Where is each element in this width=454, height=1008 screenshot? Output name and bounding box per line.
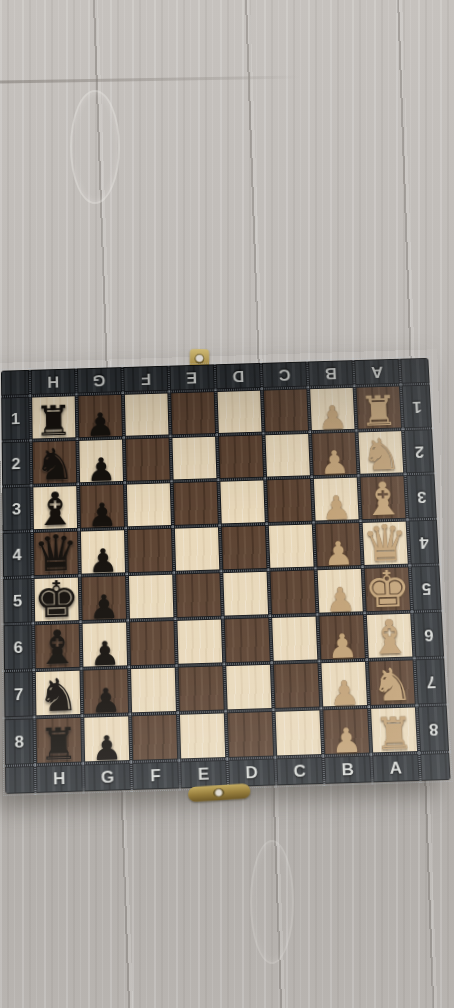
square-c6[interactable]	[272, 617, 317, 661]
square-f2[interactable]	[126, 438, 170, 481]
file-label-top-a: A	[355, 360, 398, 384]
square-h1[interactable]: ♜	[32, 396, 75, 438]
piece-white-knight-a2[interactable]: ♞	[360, 434, 402, 476]
piece-white-rook-a1[interactable]: ♜	[359, 391, 399, 431]
square-e7[interactable]	[179, 666, 224, 711]
rank-number: 1	[412, 398, 422, 414]
square-d7[interactable]	[226, 665, 271, 710]
file-label-bottom-e: E	[181, 761, 226, 787]
rank-number: 8	[428, 720, 438, 737]
square-c5[interactable]	[270, 570, 315, 614]
file-letter: E	[186, 369, 197, 385]
square-h3[interactable]: ♝	[33, 486, 77, 529]
file-label-top-c: C	[263, 363, 306, 387]
square-a6[interactable]: ♝	[367, 614, 413, 658]
rank-label-right-4: 4	[410, 521, 439, 564]
frame-corner	[2, 371, 28, 395]
square-e1[interactable]	[171, 392, 215, 434]
square-h4[interactable]: ♛	[34, 532, 78, 575]
square-e2[interactable]	[172, 437, 216, 480]
rank-label-left-5: 5	[4, 579, 31, 622]
file-label-bottom-c: C	[277, 758, 322, 784]
piece-white-king-a5[interactable]: ♚	[363, 565, 411, 614]
piece-black-pawn-g8[interactable]: ♟	[91, 731, 122, 764]
square-h8[interactable]: ♜	[36, 718, 81, 763]
square-c7[interactable]	[274, 663, 319, 708]
piece-black-rook-h8[interactable]: ♜	[39, 723, 79, 766]
piece-white-pawn-b8[interactable]: ♟	[331, 724, 363, 757]
rank-number: 4	[12, 546, 21, 563]
file-letter: D	[232, 368, 244, 384]
piece-white-bishop-a6[interactable]: ♝	[367, 615, 412, 661]
square-d4[interactable]	[222, 526, 267, 569]
piece-black-pawn-g1[interactable]: ♟	[85, 409, 115, 440]
square-h2[interactable]: ♞	[33, 441, 76, 484]
rank-number: 5	[421, 580, 431, 597]
file-letter: D	[245, 764, 258, 781]
floor-plank-seam	[0, 75, 300, 83]
square-f4[interactable]	[128, 529, 172, 572]
file-letter: C	[278, 367, 290, 383]
piece-white-pawn-b2[interactable]: ♟	[319, 447, 350, 478]
file-letter: C	[293, 762, 306, 779]
rank-label-right-7: 7	[417, 659, 446, 703]
square-d5[interactable]	[223, 572, 268, 616]
square-e4[interactable]	[175, 527, 219, 570]
file-label-bottom-d: D	[229, 760, 274, 786]
square-g3[interactable]: ♟	[80, 485, 124, 528]
square-a3[interactable]: ♝	[361, 476, 406, 519]
square-h5[interactable]: ♚	[35, 578, 79, 622]
piece-black-bishop-h6[interactable]: ♝	[36, 625, 79, 671]
file-letter: F	[141, 371, 151, 387]
piece-black-pawn-g4[interactable]: ♟	[88, 544, 119, 576]
piece-black-knight-h2[interactable]: ♞	[34, 444, 75, 486]
rank-label-right-1: 1	[403, 386, 431, 428]
file-label-top-e: E	[170, 365, 213, 389]
square-f1[interactable]	[125, 394, 169, 436]
square-c1[interactable]	[264, 389, 308, 431]
file-letter: A	[389, 759, 402, 776]
rank-number: 4	[419, 534, 429, 551]
rank-label-right-5: 5	[412, 567, 441, 610]
square-d2[interactable]	[219, 435, 263, 478]
square-b7[interactable]: ♟	[321, 662, 367, 707]
square-a5[interactable]: ♚	[365, 567, 410, 611]
piece-black-knight-h7[interactable]: ♞	[37, 674, 79, 718]
piece-white-pawn-b4[interactable]: ♟	[323, 537, 354, 569]
square-g8[interactable]: ♟	[84, 716, 129, 761]
rank-label-left-1: 1	[2, 398, 29, 440]
square-a2[interactable]: ♞	[359, 431, 404, 474]
square-g6[interactable]: ♟	[83, 622, 127, 666]
square-a1[interactable]: ♜	[356, 387, 400, 429]
square-f8[interactable]	[132, 715, 177, 760]
square-f7[interactable]	[131, 668, 176, 713]
piece-white-pawn-b5[interactable]: ♟	[325, 583, 356, 615]
file-label-bottom-b: B	[325, 757, 370, 783]
file-letter: G	[93, 372, 106, 388]
file-label-top-b: B	[309, 361, 352, 385]
piece-black-king-h5[interactable]: ♚	[33, 575, 80, 624]
brass-latch-bottom	[188, 783, 251, 802]
piece-black-pawn-g2[interactable]: ♟	[86, 454, 116, 485]
piece-white-pawn-b3[interactable]: ♟	[321, 492, 352, 524]
rank-number: 6	[13, 639, 23, 656]
rank-number: 1	[11, 410, 20, 426]
rank-label-left-2: 2	[3, 442, 30, 484]
square-c4[interactable]	[269, 524, 314, 567]
square-h6[interactable]: ♝	[35, 624, 79, 668]
square-c3[interactable]	[267, 479, 312, 522]
rank-label-right-3: 3	[407, 475, 435, 517]
rank-number: 6	[423, 626, 433, 643]
square-f3[interactable]	[127, 483, 171, 526]
rank-number: 7	[426, 673, 436, 690]
rank-number: 2	[11, 455, 20, 471]
square-g7[interactable]: ♟	[83, 669, 128, 714]
square-g1[interactable]: ♟	[79, 395, 122, 437]
square-d1[interactable]	[218, 391, 262, 433]
floor-wood-knot	[70, 90, 120, 204]
square-e5[interactable]	[176, 573, 221, 617]
rank-label-left-7: 7	[5, 672, 32, 716]
square-f6[interactable]	[130, 621, 175, 665]
frame-corner	[6, 767, 33, 793]
square-g4[interactable]: ♟	[81, 530, 125, 573]
rank-number: 3	[416, 488, 426, 504]
frame-corner	[401, 359, 428, 383]
rank-number: 5	[13, 592, 23, 609]
chess-board: HGFEDCBA1♜♟♟♜12♞♟♟♞23♝♟♟♝34♛♟♟♛45♚♟♟♚56♝…	[1, 358, 451, 794]
piece-white-rook-a8[interactable]: ♜	[374, 713, 415, 756]
file-label-top-g: G	[78, 368, 121, 392]
square-d6[interactable]	[225, 618, 270, 662]
rank-number: 2	[414, 443, 424, 459]
square-d8[interactable]	[228, 712, 273, 757]
square-g2[interactable]: ♟	[79, 440, 123, 483]
square-e8[interactable]	[180, 713, 225, 758]
file-letter: G	[101, 768, 115, 785]
square-b5[interactable]: ♟	[318, 569, 363, 613]
rank-label-right-6: 6	[414, 613, 443, 657]
piece-black-pawn-g7[interactable]: ♟	[90, 684, 121, 717]
square-f5[interactable]	[129, 575, 173, 619]
square-a8[interactable]: ♜	[371, 707, 417, 752]
piece-black-pawn-g3[interactable]: ♟	[87, 499, 117, 531]
square-a7[interactable]: ♞	[369, 660, 415, 705]
rank-label-right-8: 8	[419, 707, 448, 751]
piece-black-rook-h1[interactable]: ♜	[34, 401, 73, 441]
rank-number: 3	[12, 501, 21, 517]
square-b3[interactable]: ♟	[314, 478, 359, 521]
piece-white-pawn-b1[interactable]: ♟	[317, 402, 348, 433]
file-label-bottom-g: G	[85, 764, 130, 790]
square-b4[interactable]: ♟	[316, 523, 361, 566]
square-g5[interactable]: ♟	[82, 576, 126, 620]
floor-wood-knot	[250, 840, 294, 964]
frame-corner	[421, 754, 449, 780]
rank-label-left-4: 4	[4, 533, 31, 576]
square-b8[interactable]: ♟	[323, 709, 369, 754]
file-letter: B	[325, 365, 338, 381]
square-d3[interactable]	[220, 480, 264, 523]
square-c2[interactable]	[266, 434, 310, 477]
square-h7[interactable]: ♞	[36, 671, 80, 716]
piece-black-pawn-g5[interactable]: ♟	[89, 591, 120, 623]
file-letter: F	[150, 767, 161, 784]
file-letter: E	[198, 766, 210, 783]
file-letter: H	[47, 374, 59, 390]
square-b2[interactable]: ♟	[312, 433, 356, 476]
square-e6[interactable]	[177, 620, 222, 664]
file-label-bottom-f: F	[133, 763, 178, 789]
piece-black-pawn-g6[interactable]: ♟	[90, 637, 121, 669]
file-letter: B	[341, 761, 354, 778]
rank-label-left-8: 8	[6, 719, 33, 763]
board-grid: HGFEDCBA1♜♟♟♜12♞♟♟♞23♝♟♟♝34♛♟♟♛45♚♟♟♚56♝…	[1, 358, 451, 794]
rank-label-right-2: 2	[405, 430, 433, 472]
square-a4[interactable]: ♛	[363, 522, 408, 565]
piece-white-pawn-b7[interactable]: ♟	[329, 676, 361, 709]
square-b1[interactable]: ♟	[310, 388, 354, 430]
rank-label-left-6: 6	[5, 625, 32, 669]
square-b6[interactable]: ♟	[320, 615, 365, 659]
rank-number: 8	[14, 733, 24, 750]
file-label-top-d: D	[217, 364, 260, 388]
file-letter: A	[371, 364, 384, 380]
file-label-top-h: H	[32, 369, 75, 393]
piece-white-knight-a7[interactable]: ♞	[370, 664, 413, 708]
piece-white-pawn-b6[interactable]: ♟	[327, 630, 359, 662]
rank-number: 7	[14, 686, 24, 703]
file-label-top-f: F	[124, 367, 167, 391]
floor-background: HGFEDCBA1♜♟♟♜12♞♟♟♞23♝♟♟♝34♛♟♟♛45♚♟♟♚56♝…	[0, 0, 454, 1008]
rank-label-left-3: 3	[3, 488, 30, 531]
square-c8[interactable]	[276, 710, 322, 755]
file-letter: H	[53, 770, 66, 787]
square-e3[interactable]	[174, 482, 218, 525]
